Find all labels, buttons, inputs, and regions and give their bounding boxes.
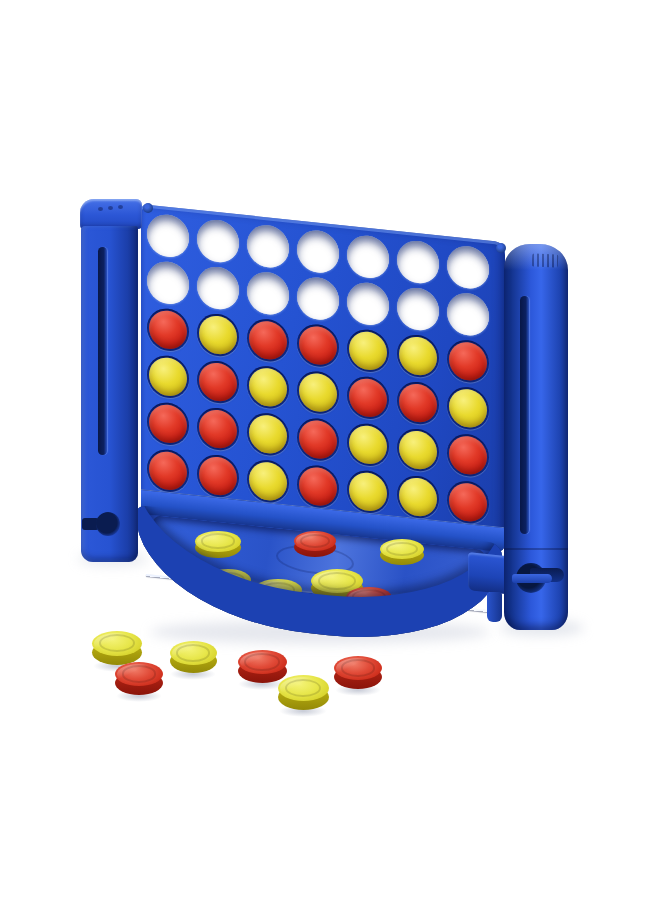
yellow-loose-disc[interactable]: ●: [170, 641, 217, 673]
red-grid-disc[interactable]: ●: [249, 319, 287, 361]
red-grid-disc[interactable]: ●: [449, 481, 487, 523]
grid-holes: ●●●●●●●●●●●●●●●●●●●●●●●●●●●●: [141, 204, 505, 242]
red-grid-disc[interactable]: ●: [149, 309, 187, 351]
left-foot-notch: [96, 512, 120, 536]
cap-dot: [98, 207, 103, 211]
grid-cell-c6-r4[interactable]: ●: [397, 380, 439, 426]
grid-cell-c2-r1[interactable]: [197, 218, 239, 264]
grid-cell-c2-r3[interactable]: ●: [197, 312, 239, 358]
disc-top: ●: [195, 531, 241, 552]
yellow-grid-disc[interactable]: ●: [199, 314, 237, 356]
grid-cell-c1-r6[interactable]: ●: [147, 448, 189, 494]
hinge-pin-right: [496, 243, 506, 253]
grid-cell-c4-r1[interactable]: [297, 228, 339, 274]
yellow-grid-disc[interactable]: ●: [249, 460, 287, 502]
right-foot-latch-tongue: [512, 574, 552, 583]
grid-cell-c3-r6[interactable]: ●: [247, 458, 289, 504]
red-grid-disc[interactable]: ●: [149, 450, 187, 492]
grid-cell-c7-r5[interactable]: ●: [447, 432, 489, 478]
grid-cell-c3-r1[interactable]: [247, 223, 289, 269]
grid-cell-c7-r1[interactable]: [447, 244, 489, 290]
disc-top: ●: [294, 531, 336, 551]
yellow-tray-disc[interactable]: ●: [205, 569, 251, 597]
yellow-grid-disc[interactable]: ●: [399, 429, 437, 471]
grid-cell-c4-r2[interactable]: [297, 275, 339, 321]
red-grid-disc[interactable]: ●: [199, 361, 237, 403]
yellow-grid-disc[interactable]: ●: [449, 387, 487, 429]
grid-cell-c3-r4[interactable]: ●: [247, 364, 289, 410]
grid-cell-c3-r3[interactable]: ●: [247, 317, 289, 363]
hasbro-emboss-mark: [532, 253, 559, 267]
tray-latch-tab: [487, 592, 502, 622]
grid-cell-c7-r2[interactable]: [447, 291, 489, 337]
grid-cell-c1-r5[interactable]: ●: [147, 401, 189, 447]
grid-cell-c1-r2[interactable]: [147, 260, 189, 306]
red-grid-disc[interactable]: ●: [149, 403, 187, 445]
red-tray-disc[interactable]: ●: [346, 587, 392, 614]
yellow-grid-disc[interactable]: ●: [349, 330, 387, 372]
red-grid-disc[interactable]: ●: [199, 408, 237, 450]
yellow-grid-disc[interactable]: ●: [249, 413, 287, 455]
red-grid-disc[interactable]: ●: [299, 325, 337, 367]
disc-top: ●: [380, 539, 424, 559]
yellow-tray-disc[interactable]: ●: [254, 579, 302, 608]
yellow-grid-disc[interactable]: ●: [249, 366, 287, 408]
disc-top: ●: [170, 641, 217, 665]
yellow-loose-disc[interactable]: ●: [92, 631, 142, 665]
yellow-grid-disc[interactable]: ●: [349, 424, 387, 466]
grid-cell-c5-r6[interactable]: ●: [347, 469, 389, 515]
yellow-grid-disc[interactable]: ●: [299, 372, 337, 414]
grid-cell-c6-r5[interactable]: ●: [397, 427, 439, 473]
grid-cell-c4-r5[interactable]: ●: [297, 416, 339, 462]
cap-dot: [118, 205, 123, 209]
red-grid-disc[interactable]: ●: [449, 340, 487, 382]
grid-cell-c5-r3[interactable]: ●: [347, 328, 389, 374]
grid-cell-c6-r1[interactable]: [397, 239, 439, 285]
disc-top: ●: [346, 587, 392, 608]
red-grid-disc[interactable]: ●: [299, 466, 337, 508]
yellow-grid-disc[interactable]: ●: [399, 476, 437, 518]
yellow-grid-disc[interactable]: ●: [399, 335, 437, 377]
grid-cell-c2-r2[interactable]: [197, 265, 239, 311]
grid-cell-c7-r4[interactable]: ●: [447, 385, 489, 431]
connect4-grid-panel: ●●●●●●●●●●●●●●●●●●●●●●●●●●●●: [141, 204, 505, 552]
disc-top: ●: [278, 675, 329, 701]
grid-cell-c1-r3[interactable]: ●: [147, 307, 189, 353]
grid-cell-c4-r4[interactable]: ●: [297, 369, 339, 415]
disc-top: ●: [254, 579, 302, 601]
grid-cell-c5-r4[interactable]: ●: [347, 375, 389, 421]
yellow-tray-disc[interactable]: ●: [195, 531, 241, 558]
yellow-grid-disc[interactable]: ●: [149, 356, 187, 398]
red-tray-disc[interactable]: ●: [294, 531, 336, 557]
yellow-loose-disc[interactable]: ●: [278, 675, 329, 710]
grid-cell-c5-r2[interactable]: [347, 281, 389, 327]
grid-cell-c4-r6[interactable]: ●: [297, 463, 339, 509]
left-pillar-cap: [80, 199, 142, 229]
grid-cell-c3-r2[interactable]: [247, 270, 289, 316]
cap-dot: [108, 206, 113, 210]
disc-top: ●: [115, 662, 163, 686]
left-pillar-slot: [98, 247, 107, 455]
grid-cell-c5-r5[interactable]: ●: [347, 422, 389, 468]
grid-cell-c2-r6[interactable]: ●: [197, 453, 239, 499]
right-foot-seam: [504, 548, 568, 550]
grid-cell-c1-r4[interactable]: ●: [147, 354, 189, 400]
disc-top: ●: [238, 650, 287, 674]
grid-cell-c1-r1[interactable]: [147, 213, 189, 259]
grid-cell-c6-r3[interactable]: ●: [397, 333, 439, 379]
red-grid-disc[interactable]: ●: [199, 455, 237, 497]
grid-cell-c6-r2[interactable]: [397, 286, 439, 332]
connect4-product-photo: ●●●●●●●●●●●●●●●●●●●●●●●●●●●● ●●●●●●●●●●●…: [0, 0, 660, 900]
grid-cell-c2-r4[interactable]: ●: [197, 359, 239, 405]
red-grid-disc[interactable]: ●: [299, 419, 337, 461]
grid-cell-c2-r5[interactable]: ●: [197, 406, 239, 452]
red-grid-disc[interactable]: ●: [449, 434, 487, 476]
disc-top: ●: [205, 569, 251, 591]
red-grid-disc[interactable]: ●: [399, 382, 437, 424]
disc-top: ●: [334, 656, 382, 680]
yellow-tray-disc[interactable]: ●: [380, 539, 424, 565]
grid-cell-c5-r1[interactable]: [347, 234, 389, 280]
yellow-grid-disc[interactable]: ●: [349, 471, 387, 513]
disc-top: ●: [92, 631, 142, 656]
grid-cell-c7-r3[interactable]: ●: [447, 338, 489, 384]
red-grid-disc[interactable]: ●: [349, 377, 387, 419]
red-loose-disc[interactable]: ●: [334, 656, 382, 689]
grid-cell-c7-r6[interactable]: ●: [447, 479, 489, 525]
grid-cell-c4-r3[interactable]: ●: [297, 322, 339, 368]
grid-cell-c6-r6[interactable]: ●: [397, 474, 439, 520]
hinge-pin-left: [143, 203, 153, 213]
grid-cell-c3-r5[interactable]: ●: [247, 411, 289, 457]
red-loose-disc[interactable]: ●: [115, 662, 163, 695]
right-pillar-slot: [520, 296, 529, 534]
